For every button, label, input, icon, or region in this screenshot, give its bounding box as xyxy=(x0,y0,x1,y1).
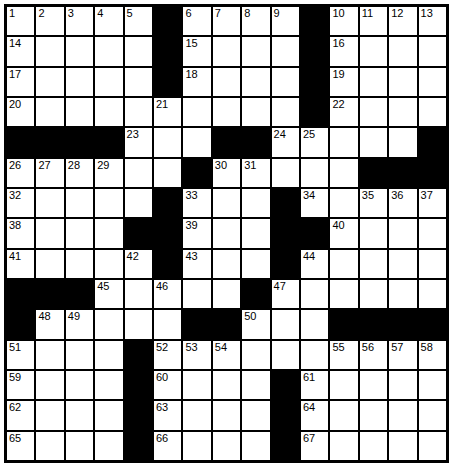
clue-number-55: 55 xyxy=(332,342,344,353)
white-cell-r4c10[interactable] xyxy=(272,98,299,126)
white-cell-r6c4[interactable]: 29 xyxy=(95,159,122,187)
black-cell-r6c13 xyxy=(360,159,387,187)
clue-number-33: 33 xyxy=(185,190,197,201)
white-cell-r13c13[interactable] xyxy=(360,371,387,399)
clue-number-46: 46 xyxy=(156,281,168,292)
black-cell-r8c10 xyxy=(272,219,299,247)
white-cell-r6c3[interactable]: 28 xyxy=(66,159,93,187)
black-cell-r5c3 xyxy=(66,128,93,156)
clue-number-42: 42 xyxy=(127,251,139,262)
black-cell-r1c6 xyxy=(154,7,181,35)
white-cell-r8c7[interactable]: 39 xyxy=(183,219,210,247)
white-cell-r8c8[interactable] xyxy=(213,219,240,247)
white-cell-r12c9[interactable] xyxy=(242,341,269,369)
black-cell-r9c6 xyxy=(154,250,181,278)
white-cell-r9c9[interactable] xyxy=(242,250,269,278)
black-cell-r10c1 xyxy=(7,280,34,308)
clue-number-7: 7 xyxy=(215,8,221,19)
black-cell-r11c7 xyxy=(183,310,210,338)
clue-number-58: 58 xyxy=(421,342,433,353)
white-cell-r12c14[interactable]: 57 xyxy=(389,341,416,369)
black-cell-r10c3 xyxy=(66,280,93,308)
clue-number-66: 66 xyxy=(156,433,168,444)
clue-number-38: 38 xyxy=(9,220,21,231)
black-cell-r11c13 xyxy=(360,310,387,338)
white-cell-r6c2[interactable]: 27 xyxy=(36,159,63,187)
white-cell-r1c15[interactable]: 13 xyxy=(419,7,446,35)
white-cell-r4c4[interactable] xyxy=(95,98,122,126)
white-cell-r3c8[interactable] xyxy=(213,68,240,96)
white-cell-r11c11[interactable] xyxy=(301,310,328,338)
white-cell-r13c12[interactable] xyxy=(330,371,357,399)
clue-number-32: 32 xyxy=(9,190,21,201)
white-cell-r14c2[interactable] xyxy=(36,401,63,429)
white-cell-r7c12[interactable] xyxy=(330,189,357,217)
white-cell-r10c5[interactable] xyxy=(125,280,152,308)
clue-number-30: 30 xyxy=(215,160,227,171)
white-cell-r8c2[interactable] xyxy=(36,219,63,247)
clue-number-18: 18 xyxy=(185,69,197,80)
white-cell-r2c8[interactable] xyxy=(213,37,240,65)
black-cell-r10c9 xyxy=(242,280,269,308)
white-cell-r13c14[interactable] xyxy=(389,371,416,399)
black-cell-r1c11 xyxy=(301,7,328,35)
black-cell-r11c12 xyxy=(330,310,357,338)
white-cell-r6c1[interactable]: 26 xyxy=(7,159,34,187)
white-cell-r5c12[interactable] xyxy=(330,128,357,156)
white-cell-r9c13[interactable] xyxy=(360,250,387,278)
white-cell-r12c4[interactable] xyxy=(95,341,122,369)
white-cell-r15c9[interactable] xyxy=(242,432,269,460)
white-cell-r13c8[interactable] xyxy=(213,371,240,399)
black-cell-r13c5 xyxy=(125,371,152,399)
white-cell-r2c15[interactable] xyxy=(419,37,446,65)
white-cell-r13c15[interactable] xyxy=(419,371,446,399)
white-cell-r12c11[interactable] xyxy=(301,341,328,369)
white-cell-r14c8[interactable] xyxy=(213,401,240,429)
white-cell-r8c15[interactable] xyxy=(419,219,446,247)
clue-number-62: 62 xyxy=(9,402,21,413)
black-cell-r7c6 xyxy=(154,189,181,217)
white-cell-r4c14[interactable] xyxy=(389,98,416,126)
white-cell-r3c10[interactable] xyxy=(272,68,299,96)
clue-number-1: 1 xyxy=(9,8,15,19)
white-cell-r1c8[interactable]: 7 xyxy=(213,7,240,35)
clue-number-28: 28 xyxy=(68,160,80,171)
white-cell-r14c15[interactable] xyxy=(419,401,446,429)
white-cell-r3c12[interactable]: 19 xyxy=(330,68,357,96)
clue-number-29: 29 xyxy=(97,160,109,171)
white-cell-r3c1[interactable]: 17 xyxy=(7,68,34,96)
white-cell-r11c3[interactable]: 49 xyxy=(66,310,93,338)
clue-number-39: 39 xyxy=(185,220,197,231)
white-cell-r5c13[interactable] xyxy=(360,128,387,156)
black-cell-r2c6 xyxy=(154,37,181,65)
white-cell-r10c6[interactable]: 46 xyxy=(154,280,181,308)
white-cell-r6c9[interactable]: 31 xyxy=(242,159,269,187)
white-cell-r8c1[interactable]: 38 xyxy=(7,219,34,247)
clue-number-60: 60 xyxy=(156,372,168,383)
white-cell-r3c4[interactable] xyxy=(95,68,122,96)
white-cell-r5c11[interactable]: 25 xyxy=(301,128,328,156)
white-cell-r2c14[interactable] xyxy=(389,37,416,65)
crossword-page: 1234567891011121314151617181920212223242… xyxy=(0,0,453,469)
white-cell-r8c4[interactable] xyxy=(95,219,122,247)
white-cell-r13c1[interactable]: 59 xyxy=(7,371,34,399)
clue-number-43: 43 xyxy=(185,251,197,262)
white-cell-r1c3[interactable]: 3 xyxy=(66,7,93,35)
white-cell-r4c3[interactable] xyxy=(66,98,93,126)
white-cell-r10c13[interactable] xyxy=(360,280,387,308)
white-cell-r6c6[interactable] xyxy=(154,159,181,187)
white-cell-r10c15[interactable] xyxy=(419,280,446,308)
clue-number-36: 36 xyxy=(391,190,403,201)
white-cell-r2c2[interactable] xyxy=(36,37,63,65)
white-cell-r12c7[interactable]: 53 xyxy=(183,341,210,369)
white-cell-r13c11[interactable]: 61 xyxy=(301,371,328,399)
white-cell-r13c6[interactable]: 60 xyxy=(154,371,181,399)
white-cell-r12c13[interactable]: 56 xyxy=(360,341,387,369)
white-cell-r9c3[interactable] xyxy=(66,250,93,278)
black-cell-r10c2 xyxy=(36,280,63,308)
white-cell-r7c8[interactable] xyxy=(213,189,240,217)
white-cell-r14c14[interactable] xyxy=(389,401,416,429)
white-cell-r15c11[interactable]: 67 xyxy=(301,432,328,460)
clue-number-63: 63 xyxy=(156,402,168,413)
white-cell-r12c8[interactable]: 54 xyxy=(213,341,240,369)
white-cell-r7c2[interactable] xyxy=(36,189,63,217)
white-cell-r4c8[interactable] xyxy=(213,98,240,126)
white-cell-r4c13[interactable] xyxy=(360,98,387,126)
white-cell-r2c1[interactable]: 14 xyxy=(7,37,34,65)
white-cell-r2c7[interactable]: 15 xyxy=(183,37,210,65)
crossword-grid: 1234567891011121314151617181920212223242… xyxy=(4,4,449,463)
white-cell-r9c11[interactable]: 44 xyxy=(301,250,328,278)
clue-number-16: 16 xyxy=(332,38,344,49)
white-cell-r12c6[interactable]: 52 xyxy=(154,341,181,369)
white-cell-r12c15[interactable]: 58 xyxy=(419,341,446,369)
white-cell-r1c2[interactable]: 2 xyxy=(36,7,63,35)
white-cell-r8c14[interactable] xyxy=(389,219,416,247)
clue-number-37: 37 xyxy=(421,190,433,201)
black-cell-r5c8 xyxy=(213,128,240,156)
white-cell-r7c7[interactable]: 33 xyxy=(183,189,210,217)
white-cell-r13c3[interactable] xyxy=(66,371,93,399)
clue-number-10: 10 xyxy=(332,8,344,19)
white-cell-r7c13[interactable]: 35 xyxy=(360,189,387,217)
clue-number-53: 53 xyxy=(185,342,197,353)
white-cell-r1c1[interactable]: 1 xyxy=(7,7,34,35)
white-cell-r9c8[interactable] xyxy=(213,250,240,278)
white-cell-r3c3[interactable] xyxy=(66,68,93,96)
clue-number-57: 57 xyxy=(391,342,403,353)
black-cell-r2c11 xyxy=(301,37,328,65)
black-cell-r7c10 xyxy=(272,189,299,217)
clue-number-3: 3 xyxy=(68,8,74,19)
black-cell-r4c11 xyxy=(301,98,328,126)
clue-number-47: 47 xyxy=(274,281,286,292)
white-cell-r3c2[interactable] xyxy=(36,68,63,96)
white-cell-r12c2[interactable] xyxy=(36,341,63,369)
clue-number-13: 13 xyxy=(421,8,433,19)
white-cell-r12c3[interactable] xyxy=(66,341,93,369)
clue-number-59: 59 xyxy=(9,372,21,383)
white-cell-r15c6[interactable]: 66 xyxy=(154,432,181,460)
clue-number-51: 51 xyxy=(9,342,21,353)
black-cell-r11c8 xyxy=(213,310,240,338)
white-cell-r14c6[interactable]: 63 xyxy=(154,401,181,429)
white-cell-r4c5[interactable] xyxy=(125,98,152,126)
white-cell-r14c9[interactable] xyxy=(242,401,269,429)
white-cell-r14c12[interactable] xyxy=(330,401,357,429)
clue-number-26: 26 xyxy=(9,160,21,171)
white-cell-r6c11[interactable] xyxy=(301,159,328,187)
clue-number-45: 45 xyxy=(97,281,109,292)
white-cell-r15c8[interactable] xyxy=(213,432,240,460)
clue-number-23: 23 xyxy=(127,129,139,140)
clue-number-24: 24 xyxy=(274,129,286,140)
clue-number-4: 4 xyxy=(97,8,103,19)
clue-number-21: 21 xyxy=(156,99,168,110)
white-cell-r12c12[interactable]: 55 xyxy=(330,341,357,369)
white-cell-r11c2[interactable]: 48 xyxy=(36,310,63,338)
white-cell-r6c12[interactable] xyxy=(330,159,357,187)
clue-number-31: 31 xyxy=(244,160,256,171)
black-cell-r14c10 xyxy=(272,401,299,429)
black-cell-r12c5 xyxy=(125,341,152,369)
white-cell-r15c4[interactable] xyxy=(95,432,122,460)
white-cell-r9c5[interactable]: 42 xyxy=(125,250,152,278)
white-cell-r7c3[interactable] xyxy=(66,189,93,217)
white-cell-r4c2[interactable] xyxy=(36,98,63,126)
white-cell-r2c3[interactable] xyxy=(66,37,93,65)
white-cell-r9c4[interactable] xyxy=(95,250,122,278)
black-cell-r8c11 xyxy=(301,219,328,247)
white-cell-r1c9[interactable]: 8 xyxy=(242,7,269,35)
clue-number-22: 22 xyxy=(332,99,344,110)
white-cell-r3c15[interactable] xyxy=(419,68,446,96)
white-cell-r2c9[interactable] xyxy=(242,37,269,65)
white-cell-r10c8[interactable] xyxy=(213,280,240,308)
white-cell-r4c1[interactable]: 20 xyxy=(7,98,34,126)
white-cell-r14c1[interactable]: 62 xyxy=(7,401,34,429)
clue-number-48: 48 xyxy=(38,311,50,322)
white-cell-r11c6[interactable] xyxy=(154,310,181,338)
white-cell-r1c14[interactable]: 12 xyxy=(389,7,416,35)
black-cell-r6c14 xyxy=(389,159,416,187)
black-cell-r5c9 xyxy=(242,128,269,156)
clue-number-27: 27 xyxy=(38,160,50,171)
white-cell-r5c7[interactable] xyxy=(183,128,210,156)
black-cell-r13c10 xyxy=(272,371,299,399)
clue-number-50: 50 xyxy=(244,311,256,322)
white-cell-r15c13[interactable] xyxy=(360,432,387,460)
black-cell-r5c1 xyxy=(7,128,34,156)
white-cell-r7c9[interactable] xyxy=(242,189,269,217)
white-cell-r1c10[interactable]: 9 xyxy=(272,7,299,35)
black-cell-r5c2 xyxy=(36,128,63,156)
black-cell-r3c11 xyxy=(301,68,328,96)
white-cell-r9c14[interactable] xyxy=(389,250,416,278)
white-cell-r10c7[interactable] xyxy=(183,280,210,308)
black-cell-r6c15 xyxy=(419,159,446,187)
white-cell-r4c15[interactable] xyxy=(419,98,446,126)
white-cell-r4c6[interactable]: 21 xyxy=(154,98,181,126)
clue-number-11: 11 xyxy=(362,8,373,19)
white-cell-r8c13[interactable] xyxy=(360,219,387,247)
white-cell-r1c7[interactable]: 6 xyxy=(183,7,210,35)
white-cell-r3c7[interactable]: 18 xyxy=(183,68,210,96)
white-cell-r14c13[interactable] xyxy=(360,401,387,429)
clue-number-14: 14 xyxy=(9,38,21,49)
clue-number-65: 65 xyxy=(9,433,21,444)
clue-number-9: 9 xyxy=(274,8,280,19)
white-cell-r15c7[interactable] xyxy=(183,432,210,460)
white-cell-r1c4[interactable]: 4 xyxy=(95,7,122,35)
white-cell-r9c7[interactable]: 43 xyxy=(183,250,210,278)
black-cell-r5c4 xyxy=(95,128,122,156)
white-cell-r15c14[interactable] xyxy=(389,432,416,460)
clue-number-20: 20 xyxy=(9,99,21,110)
white-cell-r3c5[interactable] xyxy=(125,68,152,96)
white-cell-r11c4[interactable] xyxy=(95,310,122,338)
white-cell-r15c3[interactable] xyxy=(66,432,93,460)
white-cell-r7c15[interactable]: 37 xyxy=(419,189,446,217)
white-cell-r10c14[interactable] xyxy=(389,280,416,308)
clue-number-19: 19 xyxy=(332,69,344,80)
clue-number-64: 64 xyxy=(303,402,315,413)
white-cell-r5c6[interactable] xyxy=(154,128,181,156)
white-cell-r3c9[interactable] xyxy=(242,68,269,96)
white-cell-r11c10[interactable] xyxy=(272,310,299,338)
white-cell-r3c14[interactable] xyxy=(389,68,416,96)
clue-number-35: 35 xyxy=(362,190,374,201)
clue-number-44: 44 xyxy=(303,251,315,262)
white-cell-r2c10[interactable] xyxy=(272,37,299,65)
white-cell-r8c9[interactable] xyxy=(242,219,269,247)
white-cell-r15c15[interactable] xyxy=(419,432,446,460)
white-cell-r13c9[interactable] xyxy=(242,371,269,399)
clue-number-40: 40 xyxy=(332,220,344,231)
white-cell-r10c12[interactable] xyxy=(330,280,357,308)
white-cell-r9c1[interactable]: 41 xyxy=(7,250,34,278)
white-cell-r7c14[interactable]: 36 xyxy=(389,189,416,217)
black-cell-r8c5 xyxy=(125,219,152,247)
white-cell-r14c7[interactable] xyxy=(183,401,210,429)
white-cell-r7c4[interactable] xyxy=(95,189,122,217)
white-cell-r13c2[interactable] xyxy=(36,371,63,399)
clue-number-2: 2 xyxy=(38,8,44,19)
black-cell-r6c7 xyxy=(183,159,210,187)
black-cell-r14c5 xyxy=(125,401,152,429)
white-cell-r2c13[interactable] xyxy=(360,37,387,65)
black-cell-r9c10 xyxy=(272,250,299,278)
clue-number-54: 54 xyxy=(215,342,227,353)
white-cell-r6c10[interactable] xyxy=(272,159,299,187)
clue-number-34: 34 xyxy=(303,190,315,201)
white-cell-r6c5[interactable] xyxy=(125,159,152,187)
clue-number-17: 17 xyxy=(9,69,21,80)
clue-number-12: 12 xyxy=(391,8,403,19)
white-cell-r1c13[interactable]: 11 xyxy=(360,7,387,35)
white-cell-r10c10[interactable]: 47 xyxy=(272,280,299,308)
white-cell-r10c4[interactable]: 45 xyxy=(95,280,122,308)
clue-number-49: 49 xyxy=(68,311,80,322)
white-cell-r13c7[interactable] xyxy=(183,371,210,399)
clue-number-5: 5 xyxy=(127,8,133,19)
white-cell-r10c11[interactable] xyxy=(301,280,328,308)
white-cell-r5c10[interactable]: 24 xyxy=(272,128,299,156)
clue-number-8: 8 xyxy=(244,8,250,19)
black-cell-r15c10 xyxy=(272,432,299,460)
black-cell-r11c15 xyxy=(419,310,446,338)
white-cell-r4c7[interactable] xyxy=(183,98,210,126)
white-cell-r12c1[interactable]: 51 xyxy=(7,341,34,369)
white-cell-r15c1[interactable]: 65 xyxy=(7,432,34,460)
white-cell-r15c12[interactable] xyxy=(330,432,357,460)
white-cell-r6c8[interactable]: 30 xyxy=(213,159,240,187)
black-cell-r3c6 xyxy=(154,68,181,96)
clue-number-15: 15 xyxy=(185,38,197,49)
white-cell-r14c4[interactable] xyxy=(95,401,122,429)
white-cell-r1c12[interactable]: 10 xyxy=(330,7,357,35)
white-cell-r5c14[interactable] xyxy=(389,128,416,156)
white-cell-r7c1[interactable]: 32 xyxy=(7,189,34,217)
white-cell-r3c13[interactable] xyxy=(360,68,387,96)
black-cell-r8c6 xyxy=(154,219,181,247)
white-cell-r14c11[interactable]: 64 xyxy=(301,401,328,429)
clue-number-67: 67 xyxy=(303,433,315,444)
clue-number-6: 6 xyxy=(185,8,191,19)
clue-number-61: 61 xyxy=(303,372,315,383)
white-cell-r9c2[interactable] xyxy=(36,250,63,278)
clue-number-52: 52 xyxy=(156,342,168,353)
white-cell-r2c12[interactable]: 16 xyxy=(330,37,357,65)
black-cell-r11c14 xyxy=(389,310,416,338)
white-cell-r8c12[interactable]: 40 xyxy=(330,219,357,247)
white-cell-r1c5[interactable]: 5 xyxy=(125,7,152,35)
white-cell-r13c4[interactable] xyxy=(95,371,122,399)
white-cell-r2c4[interactable] xyxy=(95,37,122,65)
clue-number-41: 41 xyxy=(9,251,21,262)
black-cell-r15c5 xyxy=(125,432,152,460)
white-cell-r5c5[interactable]: 23 xyxy=(125,128,152,156)
clue-number-56: 56 xyxy=(362,342,374,353)
white-cell-r8c3[interactable] xyxy=(66,219,93,247)
black-cell-r11c1 xyxy=(7,310,34,338)
white-cell-r9c15[interactable] xyxy=(419,250,446,278)
white-cell-r2c5[interactable] xyxy=(125,37,152,65)
white-cell-r15c2[interactable] xyxy=(36,432,63,460)
white-cell-r14c3[interactable] xyxy=(66,401,93,429)
white-cell-r7c11[interactable]: 34 xyxy=(301,189,328,217)
white-cell-r11c5[interactable] xyxy=(125,310,152,338)
black-cell-r5c15 xyxy=(419,128,446,156)
white-cell-r12c10[interactable] xyxy=(272,341,299,369)
white-cell-r11c9[interactable]: 50 xyxy=(242,310,269,338)
white-cell-r7c5[interactable] xyxy=(125,189,152,217)
white-cell-r4c9[interactable] xyxy=(242,98,269,126)
white-cell-r4c12[interactable]: 22 xyxy=(330,98,357,126)
white-cell-r9c12[interactable] xyxy=(330,250,357,278)
clue-number-25: 25 xyxy=(303,129,315,140)
